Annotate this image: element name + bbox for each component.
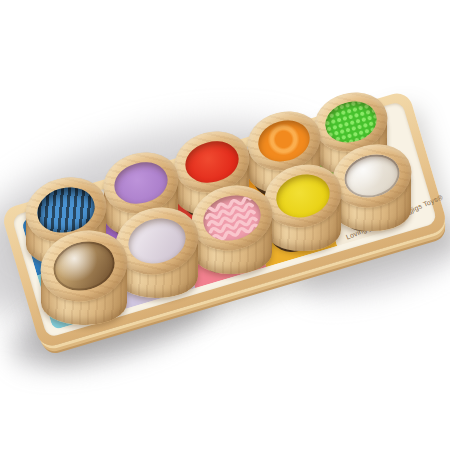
cylinder-face (123, 212, 191, 271)
photo-background: Lovingly made by Bigjigs Toys® (0, 0, 450, 450)
cylinder-face (181, 135, 243, 188)
cylinder-face (48, 235, 120, 297)
cylinder-face (254, 115, 314, 167)
cylinder-clear-mirror[interactable] (332, 145, 412, 253)
cylinder-pink-zigzag[interactable] (191, 186, 273, 296)
cylinder-amber-mirror[interactable] (40, 231, 128, 347)
cylinder-face (339, 148, 404, 203)
cylinder-face (110, 156, 172, 209)
zigzag-texture-icon (199, 190, 266, 247)
cylinder-face (321, 96, 381, 148)
cylinder-face (199, 190, 266, 247)
cylinder-yellow-felt[interactable] (264, 165, 342, 273)
cylinder-face (271, 169, 335, 224)
